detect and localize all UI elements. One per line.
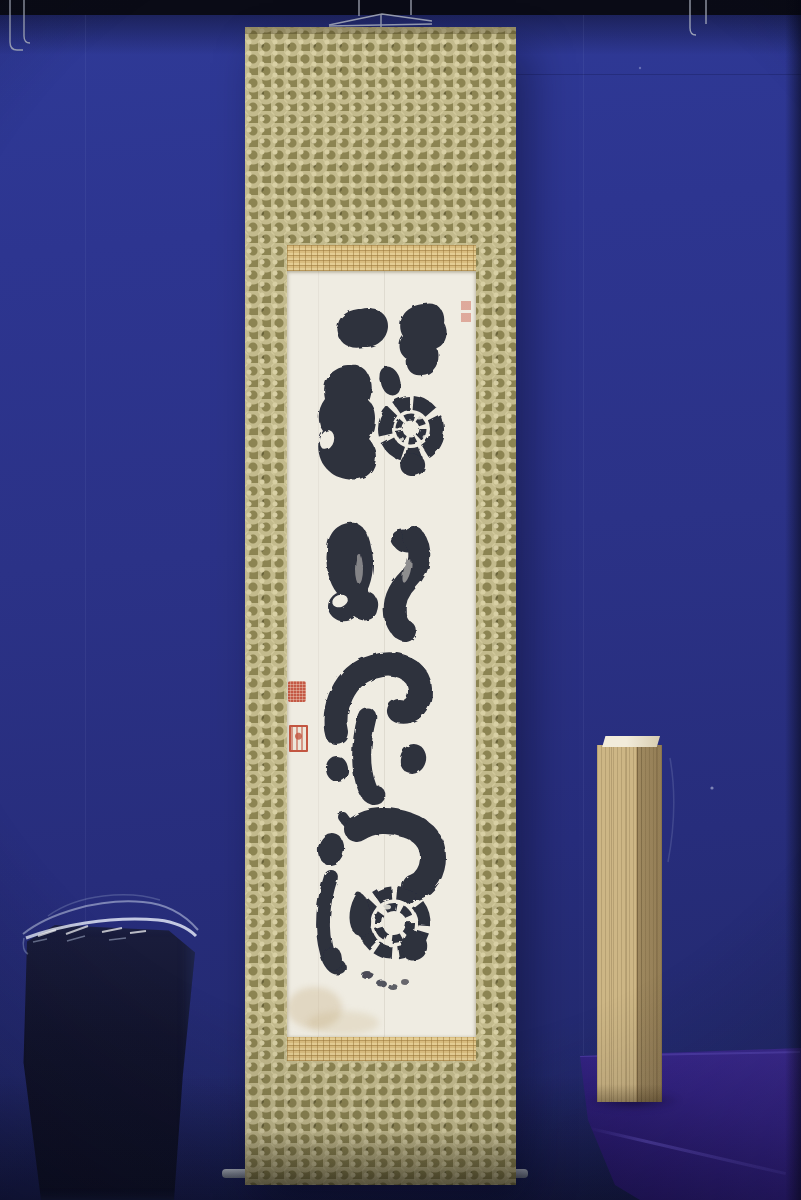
wall-string <box>668 758 674 862</box>
head-seal <box>461 301 471 322</box>
storage-box-body <box>597 745 662 1102</box>
wall-seam-right <box>583 15 584 1055</box>
wall-seam-horizontal <box>470 74 801 75</box>
ichimonji-top <box>287 245 476 271</box>
dust-speck <box>639 67 641 69</box>
cloth-fold <box>586 1126 786 1175</box>
photo-right-edge-shade <box>785 0 801 1200</box>
artist-seal-2 <box>289 725 308 752</box>
artwork-paper <box>287 271 476 1037</box>
ceiling-band <box>0 0 801 15</box>
artist-seal-1 <box>288 681 306 702</box>
dust-speck <box>710 786 713 789</box>
hanging-scroll <box>245 27 516 1185</box>
char-fuku <box>318 303 447 479</box>
calligraphy <box>287 271 476 1037</box>
char-nyo <box>326 523 421 631</box>
ichimonji-bottom <box>287 1037 476 1061</box>
photo-stage: 福如東海 <box>0 0 801 1200</box>
storage-box-top <box>597 736 662 747</box>
wrapped-object <box>20 925 195 1200</box>
storage-box <box>597 736 662 1102</box>
char-kai <box>315 817 436 990</box>
scroll-bottom-shade <box>245 1130 516 1185</box>
char-to <box>324 664 430 795</box>
